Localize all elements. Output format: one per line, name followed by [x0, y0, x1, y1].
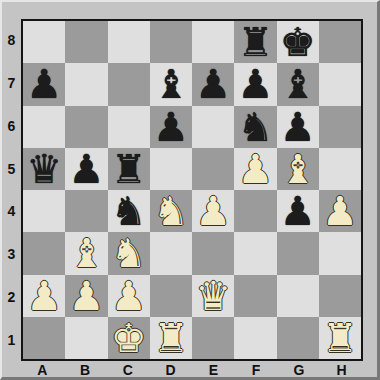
square-h2[interactable] — [319, 275, 361, 317]
square-a6[interactable] — [23, 106, 65, 148]
piece-white-pawn-e4[interactable]: ♟ — [195, 190, 231, 232]
square-c3[interactable]: ♞ — [108, 232, 150, 274]
square-f4[interactable] — [234, 190, 276, 232]
square-b8[interactable] — [65, 21, 107, 63]
file-labels: ABCDEFGH — [21, 361, 363, 379]
square-e3[interactable] — [192, 232, 234, 274]
square-a3[interactable] — [23, 232, 65, 274]
square-e8[interactable] — [192, 21, 234, 63]
rank-label-1: 1 — [2, 318, 21, 361]
square-b5[interactable]: ♟ — [65, 148, 107, 190]
square-f5[interactable]: ♟ — [234, 148, 276, 190]
piece-white-rook-h1[interactable]: ♜ — [322, 317, 358, 359]
square-d3[interactable] — [150, 232, 192, 274]
square-d1[interactable]: ♜ — [150, 317, 192, 359]
rank-label-4: 4 — [2, 190, 21, 233]
piece-black-pawn-b5[interactable]: ♟ — [68, 148, 104, 190]
square-h7[interactable] — [319, 63, 361, 105]
square-h3[interactable] — [319, 232, 361, 274]
square-d8[interactable] — [150, 21, 192, 63]
piece-white-pawn-h4[interactable]: ♟ — [322, 190, 358, 232]
file-label-d: D — [149, 361, 192, 379]
piece-black-pawn-d6[interactable]: ♟ — [153, 106, 189, 148]
square-c7[interactable] — [108, 63, 150, 105]
rank-label-6: 6 — [2, 105, 21, 148]
square-h8[interactable] — [319, 21, 361, 63]
square-f7[interactable]: ♟ — [234, 63, 276, 105]
square-f2[interactable] — [234, 275, 276, 317]
piece-black-knight-f6[interactable]: ♞ — [237, 106, 273, 148]
file-label-h: H — [320, 361, 363, 379]
square-d6[interactable]: ♟ — [150, 106, 192, 148]
square-h4[interactable]: ♟ — [319, 190, 361, 232]
square-g1[interactable] — [277, 317, 319, 359]
rank-label-5: 5 — [2, 147, 21, 190]
square-c5[interactable]: ♜ — [108, 148, 150, 190]
square-a8[interactable] — [23, 21, 65, 63]
square-b6[interactable] — [65, 106, 107, 148]
board-grid: ♜♚♟♝♟♟♝♟♞♟♛♟♜♟♝♞♞♟♟♟♝♞♟♟♟♛♚♜♜ — [21, 19, 363, 361]
square-a7[interactable]: ♟ — [23, 63, 65, 105]
square-g7[interactable]: ♝ — [277, 63, 319, 105]
square-b7[interactable] — [65, 63, 107, 105]
square-e6[interactable] — [192, 106, 234, 148]
square-a4[interactable] — [23, 190, 65, 232]
chess-diagram-frame: 87654321 ♜♚♟♝♟♟♝♟♞♟♛♟♜♟♝♞♞♟♟♟♝♞♟♟♟♛♚♜♜ A… — [0, 0, 380, 380]
square-e4[interactable]: ♟ — [192, 190, 234, 232]
piece-black-pawn-g4[interactable]: ♟ — [280, 190, 316, 232]
piece-white-pawn-b2[interactable]: ♟ — [68, 275, 104, 317]
rank-labels: 87654321 — [2, 19, 21, 361]
piece-white-rook-d1[interactable]: ♜ — [153, 317, 189, 359]
square-d4[interactable]: ♞ — [150, 190, 192, 232]
file-label-g: G — [278, 361, 321, 379]
square-f8[interactable]: ♜ — [234, 21, 276, 63]
piece-black-bishop-g7[interactable]: ♝ — [280, 63, 316, 105]
square-h1[interactable]: ♜ — [319, 317, 361, 359]
file-label-e: E — [192, 361, 235, 379]
piece-black-rook-c5[interactable]: ♜ — [111, 148, 147, 190]
square-g2[interactable] — [277, 275, 319, 317]
piece-white-pawn-f5[interactable]: ♟ — [237, 148, 273, 190]
rank-label-3: 3 — [2, 233, 21, 276]
piece-black-pawn-a7[interactable]: ♟ — [26, 63, 62, 105]
square-c6[interactable] — [108, 106, 150, 148]
square-g4[interactable]: ♟ — [277, 190, 319, 232]
square-e1[interactable] — [192, 317, 234, 359]
piece-black-pawn-e7[interactable]: ♟ — [195, 63, 231, 105]
square-c1[interactable]: ♚ — [108, 317, 150, 359]
file-label-c: C — [107, 361, 150, 379]
square-e2[interactable]: ♛ — [192, 275, 234, 317]
piece-black-king-g8[interactable]: ♚ — [280, 21, 316, 63]
square-c4[interactable]: ♞ — [108, 190, 150, 232]
square-c2[interactable]: ♟ — [108, 275, 150, 317]
rank-label-7: 7 — [2, 62, 21, 105]
rank-label-8: 8 — [2, 19, 21, 62]
rank-label-2: 2 — [2, 276, 21, 319]
piece-white-knight-d4[interactable]: ♞ — [153, 190, 189, 232]
piece-white-pawn-c2[interactable]: ♟ — [111, 275, 147, 317]
square-h5[interactable] — [319, 148, 361, 190]
piece-black-pawn-g6[interactable]: ♟ — [280, 106, 316, 148]
piece-white-king-c1[interactable]: ♚ — [111, 317, 147, 359]
file-label-a: A — [21, 361, 64, 379]
square-g3[interactable] — [277, 232, 319, 274]
piece-black-bishop-d7[interactable]: ♝ — [153, 63, 189, 105]
piece-black-queen-a5[interactable]: ♛ — [26, 148, 62, 190]
square-a1[interactable] — [23, 317, 65, 359]
square-e5[interactable] — [192, 148, 234, 190]
piece-white-queen-e2[interactable]: ♛ — [195, 275, 231, 317]
square-h6[interactable] — [319, 106, 361, 148]
piece-black-rook-f8[interactable]: ♜ — [237, 21, 273, 63]
square-d2[interactable] — [150, 275, 192, 317]
piece-white-pawn-a2[interactable]: ♟ — [26, 275, 62, 317]
square-g5[interactable]: ♝ — [277, 148, 319, 190]
file-label-f: F — [235, 361, 278, 379]
piece-white-bishop-g5[interactable]: ♝ — [280, 148, 316, 190]
square-b2[interactable]: ♟ — [65, 275, 107, 317]
square-d5[interactable] — [150, 148, 192, 190]
piece-white-bishop-b3[interactable]: ♝ — [68, 232, 104, 274]
square-b3[interactable]: ♝ — [65, 232, 107, 274]
square-d7[interactable]: ♝ — [150, 63, 192, 105]
square-e7[interactable]: ♟ — [192, 63, 234, 105]
square-a5[interactable]: ♛ — [23, 148, 65, 190]
square-f1[interactable] — [234, 317, 276, 359]
square-c8[interactable] — [108, 21, 150, 63]
square-b1[interactable] — [65, 317, 107, 359]
square-g8[interactable]: ♚ — [277, 21, 319, 63]
piece-white-knight-c3[interactable]: ♞ — [111, 232, 147, 274]
square-g6[interactable]: ♟ — [277, 106, 319, 148]
square-f3[interactable] — [234, 232, 276, 274]
file-label-b: B — [64, 361, 107, 379]
square-b4[interactable] — [65, 190, 107, 232]
piece-black-pawn-f7[interactable]: ♟ — [237, 63, 273, 105]
piece-black-knight-c4[interactable]: ♞ — [111, 190, 147, 232]
square-f6[interactable]: ♞ — [234, 106, 276, 148]
square-a2[interactable]: ♟ — [23, 275, 65, 317]
